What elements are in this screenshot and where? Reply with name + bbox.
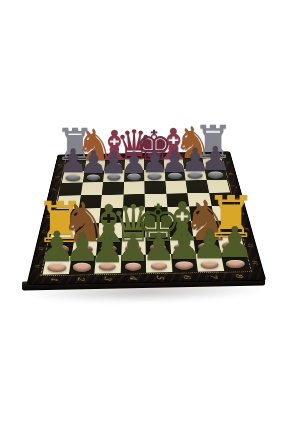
square-f4 — [167, 206, 191, 221]
square-c8 — [104, 159, 124, 170]
square-a7 — [62, 171, 84, 183]
square-e3 — [145, 221, 169, 237]
square-f5 — [166, 193, 189, 207]
square-e1 — [146, 254, 172, 273]
square-g4 — [189, 206, 214, 221]
square-b8 — [84, 159, 105, 170]
square-g8 — [183, 157, 204, 168]
square-c1 — [94, 255, 121, 274]
square-h5 — [209, 192, 234, 206]
square-e5 — [145, 193, 167, 207]
square-e4 — [145, 207, 168, 222]
square-h8 — [202, 157, 224, 168]
square-d1 — [120, 254, 146, 273]
square-c5 — [101, 194, 124, 208]
square-d7 — [124, 170, 145, 182]
square-a2 — [46, 239, 73, 256]
square-h6 — [206, 180, 230, 193]
square-d2 — [121, 237, 146, 254]
square-g6 — [186, 180, 209, 193]
square-c7 — [103, 170, 124, 182]
square-h2 — [217, 236, 245, 253]
square-c3 — [98, 222, 122, 238]
square-a6 — [59, 182, 82, 195]
square-g5 — [187, 193, 211, 207]
square-b1 — [68, 255, 96, 274]
square-f1 — [171, 253, 198, 272]
square-f6 — [165, 180, 187, 193]
square-d6 — [123, 181, 144, 194]
board-tilt-wrapper: 12345678HGFEDCBAABCDEFGH — [22, 41, 267, 286]
square-h4 — [211, 206, 237, 221]
square-d4 — [122, 207, 145, 222]
square-a8 — [64, 160, 86, 171]
square-c6 — [102, 182, 124, 195]
square-b4 — [76, 208, 100, 223]
board-grid — [43, 157, 250, 275]
square-f2 — [169, 237, 195, 254]
square-c4 — [99, 208, 123, 223]
square-g1 — [195, 253, 223, 272]
square-d3 — [122, 222, 146, 238]
square-b5 — [78, 195, 101, 209]
chess-board: 12345678HGFEDCBAABCDEFGH — [26, 151, 266, 285]
square-e6 — [144, 181, 166, 194]
square-f3 — [168, 221, 193, 237]
square-c2 — [96, 238, 121, 255]
square-a5 — [56, 195, 80, 209]
square-h3 — [214, 220, 241, 236]
square-b2 — [71, 238, 97, 255]
square-d5 — [123, 194, 145, 208]
square-d8 — [124, 159, 144, 170]
square-f7 — [164, 169, 186, 181]
square-a1 — [43, 256, 72, 275]
square-g3 — [191, 220, 217, 236]
square-g7 — [184, 168, 206, 180]
square-f8 — [163, 158, 184, 169]
square-e7 — [144, 169, 165, 181]
square-h1 — [220, 252, 249, 271]
square-h7 — [204, 168, 227, 180]
chess-set-photo: 12345678HGFEDCBAABCDEFGH ♜♞♝♛♚♝♞♜♟♟♟♟♟♟♟… — [0, 0, 287, 431]
square-g2 — [193, 236, 220, 253]
square-a3 — [50, 223, 76, 239]
square-e8 — [144, 158, 164, 169]
square-b3 — [74, 223, 99, 239]
square-b6 — [81, 182, 104, 195]
square-e2 — [145, 237, 170, 254]
square-a4 — [53, 209, 78, 224]
square-b7 — [82, 170, 104, 182]
